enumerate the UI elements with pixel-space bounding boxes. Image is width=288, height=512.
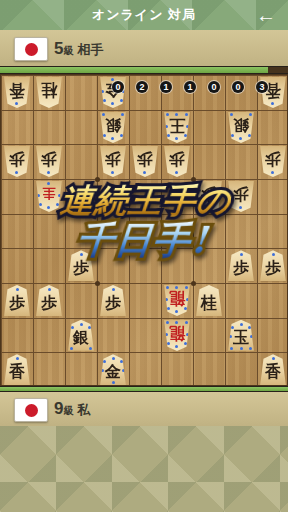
opponent-info-bar: 5級相手 飛0角2金1銀1桂0香0歩3 bbox=[0, 30, 288, 66]
board[interactable]: 香桂金香銀王銀歩歩歩歩歩歩圭歩歩歩歩歩歩歩歩龍桂銀龍玉香金香 bbox=[0, 74, 288, 386]
move-hint-dot bbox=[165, 298, 168, 301]
piece-kanji: 圭 bbox=[43, 187, 56, 205]
hand-count-badge: 1 bbox=[160, 81, 172, 93]
opponent-rank: 5級相手 bbox=[54, 39, 103, 59]
piece-kanji: 金 bbox=[105, 359, 121, 380]
board-piece-歩[interactable]: 歩 bbox=[227, 181, 255, 212]
hand-count-badge: 0 bbox=[232, 81, 244, 93]
board-piece-歩[interactable]: 歩 bbox=[259, 250, 287, 281]
piece-kanji: 歩 bbox=[41, 151, 57, 172]
move-hint-dot bbox=[231, 326, 234, 329]
hand-count-badge: 3 bbox=[256, 81, 268, 93]
board-piece-香[interactable]: 香 bbox=[3, 354, 31, 385]
hand-count-badge: 0 bbox=[208, 81, 220, 93]
board-piece-歩[interactable]: 歩 bbox=[99, 285, 127, 316]
hand-count-badge: 1 bbox=[184, 81, 196, 93]
japan-flag-icon bbox=[14, 398, 48, 422]
board-piece-歩[interactable]: 歩 bbox=[35, 285, 63, 316]
my-rank-label: 級 bbox=[63, 405, 73, 416]
move-hint-dot bbox=[186, 333, 189, 336]
move-hint-dot bbox=[70, 347, 73, 350]
my-rank: 9級私 bbox=[54, 399, 90, 419]
board-piece-龍[interactable]: 龍 bbox=[163, 285, 191, 316]
move-hint-dot bbox=[120, 360, 123, 363]
piece-kanji: 歩 bbox=[105, 290, 121, 311]
opponent-timer-bar bbox=[0, 66, 288, 74]
board-piece-桂[interactable]: 桂 bbox=[35, 77, 63, 108]
piece-kanji: 桂 bbox=[201, 290, 217, 311]
move-hint-dot bbox=[101, 369, 104, 372]
board-piece-歩[interactable]: 歩 bbox=[99, 146, 127, 177]
opponent-name: 相手 bbox=[77, 42, 103, 57]
move-hint-dot bbox=[166, 113, 169, 116]
hand-count-badge: 0 bbox=[112, 81, 124, 93]
piece-kanji: 銀 bbox=[105, 117, 121, 138]
move-hint-dot bbox=[37, 194, 40, 197]
piece-kanji: 龍 bbox=[169, 290, 185, 311]
flag-red-disc bbox=[25, 43, 38, 56]
back-arrow-icon[interactable]: ← bbox=[256, 2, 276, 28]
board-piece-圭[interactable]: 圭 bbox=[35, 181, 63, 212]
move-hint-dot bbox=[240, 323, 243, 326]
opponent-rank-label: 級 bbox=[63, 45, 73, 56]
piece-kanji: 香 bbox=[9, 359, 25, 380]
app-header: オンライン 対局 ← bbox=[0, 0, 288, 30]
board-piece-歩[interactable]: 歩 bbox=[259, 146, 287, 177]
move-hint-dot bbox=[165, 333, 168, 336]
piece-kanji: 龍 bbox=[169, 325, 185, 346]
piece-kanji: 歩 bbox=[169, 151, 185, 172]
move-hint-dot bbox=[272, 357, 275, 360]
board-piece-香[interactable]: 香 bbox=[259, 354, 287, 385]
move-hint-dot bbox=[231, 134, 234, 137]
piece-kanji: 桂 bbox=[41, 82, 57, 103]
japan-flag-icon bbox=[14, 37, 48, 61]
move-hint-dot bbox=[185, 286, 188, 289]
board-piece-歩[interactable]: 歩 bbox=[195, 181, 223, 212]
my-timer-fill bbox=[0, 387, 288, 391]
move-hint-dot bbox=[112, 381, 115, 384]
board-piece-桂[interactable]: 桂 bbox=[195, 285, 223, 316]
move-hint-dot bbox=[16, 288, 19, 291]
my-name: 私 bbox=[77, 402, 90, 417]
move-hint-dot bbox=[71, 326, 74, 329]
move-hint-dot bbox=[48, 288, 51, 291]
board-star-point bbox=[95, 281, 100, 286]
board-piece-歩[interactable]: 歩 bbox=[3, 285, 31, 316]
move-hint-dot bbox=[184, 342, 187, 345]
move-hint-dot bbox=[112, 288, 115, 291]
piece-kanji: 銀 bbox=[233, 117, 249, 138]
flag-red-disc bbox=[25, 404, 38, 417]
board-piece-龍[interactable]: 龍 bbox=[163, 320, 191, 351]
move-hint-dot bbox=[112, 357, 115, 360]
board-star-point bbox=[191, 177, 196, 182]
move-hint-dot bbox=[121, 113, 124, 116]
my-info-bar: 9級私 飛0角0金1銀0桂1香0歩1 bbox=[0, 392, 288, 426]
hand-count-badge: 2 bbox=[136, 81, 148, 93]
move-hint-dot bbox=[186, 298, 189, 301]
move-hint-dot bbox=[229, 335, 232, 338]
move-hint-dot bbox=[240, 253, 243, 256]
move-hint-dot bbox=[58, 194, 61, 197]
board-piece-歩[interactable]: 歩 bbox=[3, 146, 31, 177]
move-hint-dot bbox=[240, 347, 243, 350]
move-hint-dot bbox=[122, 369, 125, 372]
move-hint-dot bbox=[48, 182, 51, 185]
board-piece-歩[interactable]: 歩 bbox=[35, 146, 63, 177]
move-hint-dot bbox=[186, 125, 189, 128]
board-star-point bbox=[191, 281, 196, 286]
board-star-point bbox=[95, 177, 100, 182]
board-piece-歩[interactable]: 歩 bbox=[163, 146, 191, 177]
move-hint-dot bbox=[166, 286, 169, 289]
move-hint-dot bbox=[185, 113, 188, 116]
board-piece-歩[interactable]: 歩 bbox=[131, 146, 159, 177]
move-hint-dot bbox=[102, 113, 105, 116]
shogi-app: オンライン 対局 ← 5級相手 飛0角2金1銀1桂0香0歩3 香桂金香銀王銀歩歩… bbox=[0, 0, 288, 512]
board-piece-歩[interactable]: 歩 bbox=[67, 250, 95, 281]
move-hint-dot bbox=[88, 326, 91, 329]
move-hint-dot bbox=[56, 203, 59, 206]
move-hint-dot bbox=[249, 347, 252, 350]
board-piece-金[interactable]: 金 bbox=[99, 354, 127, 385]
piece-kanji: 香 bbox=[265, 359, 281, 380]
move-hint-dot bbox=[101, 90, 104, 93]
background-pattern bbox=[0, 426, 288, 512]
move-hint-dot bbox=[39, 203, 42, 206]
piece-kanji: 香 bbox=[9, 82, 25, 103]
board-piece-玉[interactable]: 玉 bbox=[227, 320, 255, 351]
move-hint-dot bbox=[248, 326, 251, 329]
board-piece-銀[interactable]: 銀 bbox=[227, 112, 255, 143]
move-hint-dot bbox=[166, 321, 169, 324]
move-hint-dot bbox=[248, 134, 251, 137]
board-piece-王[interactable]: 王 bbox=[163, 112, 191, 143]
piece-kanji: 歩 bbox=[201, 186, 217, 207]
move-hint-dot bbox=[16, 357, 19, 360]
move-hint-dot bbox=[120, 134, 123, 137]
piece-kanji: 歩 bbox=[73, 255, 89, 276]
board-piece-歩[interactable]: 歩 bbox=[227, 250, 255, 281]
piece-kanji: 銀 bbox=[73, 325, 89, 346]
move-hint-dot bbox=[249, 113, 252, 116]
move-hint-dot bbox=[167, 307, 170, 310]
board-piece-銀[interactable]: 銀 bbox=[99, 112, 127, 143]
move-hint-dot bbox=[80, 253, 83, 256]
piece-kanji: 歩 bbox=[265, 255, 281, 276]
piece-kanji: 歩 bbox=[105, 151, 121, 172]
board-piece-香[interactable]: 香 bbox=[3, 77, 31, 108]
piece-kanji: 王 bbox=[169, 117, 185, 138]
piece-kanji: 歩 bbox=[9, 290, 25, 311]
page-title: オンライン 対局 bbox=[0, 6, 288, 24]
move-hint-dot bbox=[272, 253, 275, 256]
move-hint-dot bbox=[89, 347, 92, 350]
move-hint-dot bbox=[184, 307, 187, 310]
move-hint-dot bbox=[167, 342, 170, 345]
piece-kanji: 玉 bbox=[233, 325, 249, 346]
piece-kanji: 歩 bbox=[41, 290, 57, 311]
move-hint-dot bbox=[167, 134, 170, 137]
move-hint-dot bbox=[80, 323, 83, 326]
piece-kanji: 歩 bbox=[9, 151, 25, 172]
piece-kanji: 歩 bbox=[137, 151, 153, 172]
move-hint-dot bbox=[230, 347, 233, 350]
move-hint-dot bbox=[230, 113, 233, 116]
piece-kanji: 歩 bbox=[233, 255, 249, 276]
board-piece-銀[interactable]: 銀 bbox=[67, 320, 95, 351]
move-hint-dot bbox=[184, 134, 187, 137]
piece-kanji: 歩 bbox=[233, 186, 249, 207]
move-hint-dot bbox=[250, 335, 253, 338]
move-hint-dot bbox=[48, 206, 51, 209]
piece-kanji: 歩 bbox=[265, 151, 281, 172]
move-hint-dot bbox=[165, 125, 168, 128]
move-hint-dot bbox=[103, 134, 106, 137]
move-hint-dot bbox=[103, 99, 106, 102]
move-hint-dot bbox=[185, 321, 188, 324]
opponent-timer-fill bbox=[0, 67, 268, 73]
move-hint-dot bbox=[120, 99, 123, 102]
